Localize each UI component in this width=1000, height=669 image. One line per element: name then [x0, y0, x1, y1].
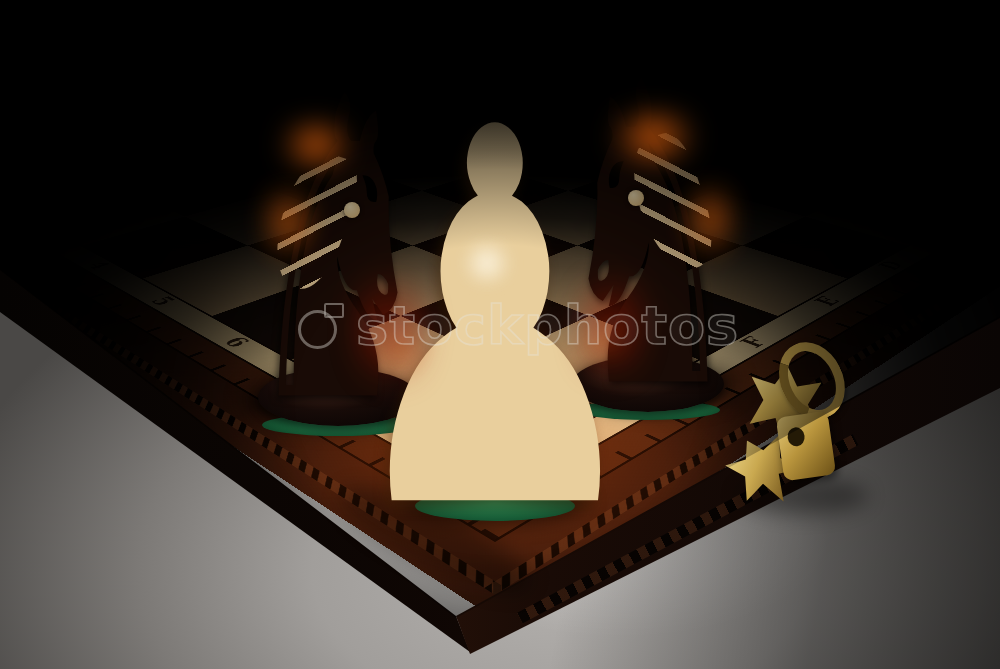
camera-lens-icon [298, 310, 337, 349]
rim-light [268, 122, 364, 168]
camera-logo-icon [298, 301, 346, 351]
watermark-text: stockphotos [356, 294, 739, 357]
stock-watermark: stockphotos [298, 294, 739, 357]
rim-light [596, 112, 712, 162]
rim-light [266, 170, 310, 274]
top-darkness [0, 0, 1000, 170]
rim-light [688, 168, 732, 272]
chessboard-photo-scene: 12345678ABCDEFGH ♞ ♞ ♟ [0, 0, 1000, 669]
pawn-highlight [458, 242, 516, 284]
